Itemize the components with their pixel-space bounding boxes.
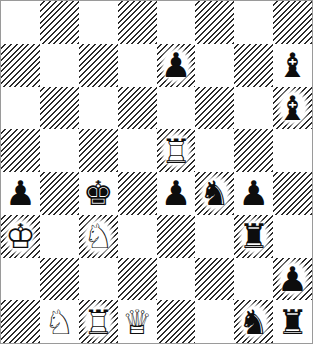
piece-black-pawn: ♟ [276,258,310,299]
square-a1[interactable] [1,300,40,343]
square-b8[interactable] [40,1,79,44]
square-f2[interactable] [195,258,234,301]
square-g6[interactable] [234,87,273,130]
square-b1[interactable]: ♘ [40,300,79,343]
square-b3[interactable] [40,215,79,258]
square-g3[interactable]: ♜ [234,215,273,258]
square-e1[interactable] [157,300,196,343]
square-e5[interactable]: ♖ [157,129,196,172]
square-f4[interactable]: ♞ [195,172,234,215]
square-g4[interactable]: ♟ [234,172,273,215]
square-c4[interactable]: ♚ [79,172,118,215]
square-b2[interactable] [40,258,79,301]
piece-black-rook: ♜ [276,301,310,342]
square-f6[interactable] [195,87,234,130]
square-d6[interactable] [118,87,157,130]
square-h3[interactable] [273,215,312,258]
square-d2[interactable] [118,258,157,301]
square-f3[interactable] [195,215,234,258]
square-e8[interactable] [157,1,196,44]
piece-black-rook: ♜ [237,216,271,257]
piece-white-knight: ♘ [81,216,115,257]
square-g2[interactable] [234,258,273,301]
square-a4[interactable]: ♟ [1,172,40,215]
square-b5[interactable] [40,129,79,172]
piece-black-pawn: ♟ [159,45,193,86]
square-a8[interactable] [1,1,40,44]
chess-board: ♟♝♝♖♟♚♟♞♟♔♘♜♟♘♖♕♞♜ [0,0,313,344]
piece-white-rook: ♖ [159,130,193,171]
piece-black-pawn: ♟ [237,173,271,214]
square-d1[interactable]: ♕ [118,300,157,343]
square-h8[interactable] [273,1,312,44]
square-c1[interactable]: ♖ [79,300,118,343]
piece-white-knight: ♘ [42,301,76,342]
square-a3[interactable]: ♔ [1,215,40,258]
piece-white-rook: ♖ [81,301,115,342]
square-e4[interactable]: ♟ [157,172,196,215]
piece-black-bishop: ♝ [276,87,310,128]
square-f7[interactable] [195,44,234,87]
piece-white-queen: ♕ [120,301,154,342]
square-c7[interactable] [79,44,118,87]
square-b7[interactable] [40,44,79,87]
square-e2[interactable] [157,258,196,301]
square-e3[interactable] [157,215,196,258]
square-a6[interactable] [1,87,40,130]
square-e7[interactable]: ♟ [157,44,196,87]
square-h1[interactable]: ♜ [273,300,312,343]
square-a2[interactable] [1,258,40,301]
square-g8[interactable] [234,1,273,44]
square-a5[interactable] [1,129,40,172]
square-h7[interactable]: ♝ [273,44,312,87]
square-d8[interactable] [118,1,157,44]
square-d7[interactable] [118,44,157,87]
square-c8[interactable] [79,1,118,44]
square-f8[interactable] [195,1,234,44]
square-d4[interactable] [118,172,157,215]
square-f5[interactable] [195,129,234,172]
square-c6[interactable] [79,87,118,130]
square-d3[interactable] [118,215,157,258]
square-c2[interactable] [79,258,118,301]
square-g7[interactable] [234,44,273,87]
piece-black-pawn: ♟ [3,173,37,214]
square-c3[interactable]: ♘ [79,215,118,258]
piece-black-knight: ♞ [237,301,271,342]
piece-white-king: ♔ [3,216,37,257]
square-a7[interactable] [1,44,40,87]
piece-black-king: ♚ [81,173,115,214]
square-f1[interactable] [195,300,234,343]
square-g5[interactable] [234,129,273,172]
square-h2[interactable]: ♟ [273,258,312,301]
square-e6[interactable] [157,87,196,130]
piece-black-pawn: ♟ [159,173,193,214]
chess-diagram: ♟♝♝♖♟♚♟♞♟♔♘♜♟♘♖♕♞♜ [0,0,313,344]
square-h6[interactable]: ♝ [273,87,312,130]
piece-black-knight: ♞ [198,173,232,214]
square-b6[interactable] [40,87,79,130]
square-c5[interactable] [79,129,118,172]
piece-black-bishop: ♝ [276,45,310,86]
square-b4[interactable] [40,172,79,215]
square-h4[interactable] [273,172,312,215]
square-d5[interactable] [118,129,157,172]
square-h5[interactable] [273,129,312,172]
square-g1[interactable]: ♞ [234,300,273,343]
